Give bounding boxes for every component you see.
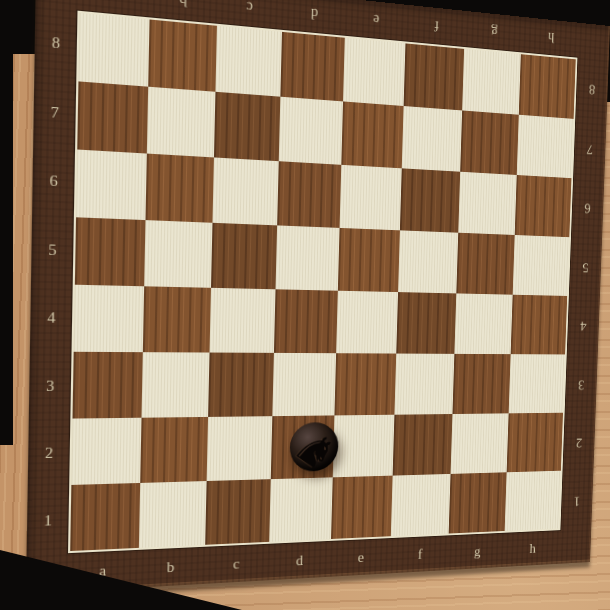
rank-label-right-6: 6 [571,177,604,238]
square-d1[interactable] [269,477,333,541]
rank-label-right-2: 2 [562,413,595,472]
square-a6[interactable] [76,150,147,221]
square-f6[interactable] [400,168,460,232]
square-a8[interactable] [78,13,149,87]
square-g6[interactable] [458,172,516,235]
square-g5[interactable] [456,233,514,295]
square-e7[interactable] [341,101,403,168]
square-e5[interactable] [338,228,400,292]
file-label-top-e: e [345,0,407,42]
square-h3[interactable] [509,354,565,413]
square-b4[interactable] [143,286,211,352]
rank-label-left-4: 4 [30,284,73,353]
square-h2[interactable] [507,413,563,473]
file-label-bottom-b: b [137,547,205,588]
rank-label-left-1: 1 [27,487,70,556]
square-e3[interactable] [334,353,396,415]
square-f3[interactable] [394,354,454,415]
square-a7[interactable] [77,81,148,153]
file-label-top-h: h [522,17,579,58]
square-c4[interactable] [210,288,276,353]
square-d5[interactable] [276,225,340,290]
chessboard: abcdefgh abcdefgh 87654321 87654321 ♞ [26,0,610,594]
square-a2[interactable] [71,418,141,485]
square-h5[interactable] [513,235,570,296]
square-d7[interactable] [279,97,343,165]
square-d3[interactable] [272,353,336,416]
square-h6[interactable] [515,175,572,237]
square-f2[interactable] [393,414,453,476]
square-g4[interactable] [454,293,512,354]
file-label-bottom-d: d [268,541,331,580]
square-f4[interactable] [396,292,456,354]
rank-label-left-2: 2 [28,420,71,488]
file-label-top-g: g [465,11,523,52]
rank-label-right-5: 5 [569,237,602,297]
square-h8[interactable] [519,54,576,119]
square-c6[interactable] [212,157,278,225]
square-d6[interactable] [277,161,341,228]
square-d4[interactable] [274,289,338,353]
rank-label-right-7: 7 [573,118,606,180]
rank-label-right-4: 4 [567,296,600,355]
square-b1[interactable] [139,481,207,548]
square-b2[interactable] [140,417,208,483]
rank-label-right-8: 8 [575,58,608,120]
square-f7[interactable] [402,106,462,172]
square-e4[interactable] [336,291,398,354]
square-a1[interactable] [70,483,140,551]
rank-label-left-6: 6 [32,146,75,217]
rank-label-left-3: 3 [29,352,72,420]
square-b7[interactable] [147,87,216,158]
square-b3[interactable] [141,352,209,418]
square-h1[interactable] [505,471,561,531]
square-g8[interactable] [462,49,521,115]
square-f5[interactable] [398,230,458,293]
square-e8[interactable] [343,38,405,106]
square-b5[interactable] [144,220,212,288]
square-b6[interactable] [145,154,213,223]
board-squares: ♞ [68,11,577,554]
file-label-bottom-g: g [448,533,505,570]
file-label-bottom-e: e [330,538,391,577]
knight-glyph: ♞ [281,416,350,485]
square-c3[interactable] [208,353,274,417]
square-c5[interactable] [211,223,277,290]
square-g2[interactable] [451,413,509,474]
rank-label-left-5: 5 [31,215,74,285]
square-g3[interactable] [452,354,510,414]
square-c2[interactable] [207,416,273,481]
shadow-left-edge [0,0,13,445]
rank-label-left-8: 8 [34,7,77,80]
square-g7[interactable] [460,110,519,175]
square-e1[interactable] [331,476,393,539]
square-h7[interactable] [517,115,574,178]
square-g1[interactable] [449,472,507,533]
file-label-bottom-c: c [203,544,268,584]
square-f1[interactable] [391,474,451,536]
square-c1[interactable] [205,479,271,545]
square-c7[interactable] [214,92,280,161]
square-a5[interactable] [75,217,146,286]
square-b8[interactable] [148,19,217,91]
piece-black-knight[interactable]: ♞ [282,419,345,483]
rank-label-right-1: 1 [560,471,593,530]
square-d8[interactable] [280,32,344,102]
file-label-top-f: f [406,5,466,47]
rank-label-right-3: 3 [565,355,598,414]
square-a4[interactable] [74,285,144,352]
chessboard-photo: abcdefgh abcdefgh 87654321 87654321 ♞ [0,0,610,610]
file-label-bottom-h: h [505,530,561,567]
square-h4[interactable] [511,295,568,355]
square-f8[interactable] [404,43,465,110]
square-a3[interactable] [73,352,143,419]
file-label-bottom-f: f [390,535,449,573]
square-c8[interactable] [215,26,282,97]
square-e6[interactable] [340,165,402,231]
rank-label-left-7: 7 [33,76,76,148]
